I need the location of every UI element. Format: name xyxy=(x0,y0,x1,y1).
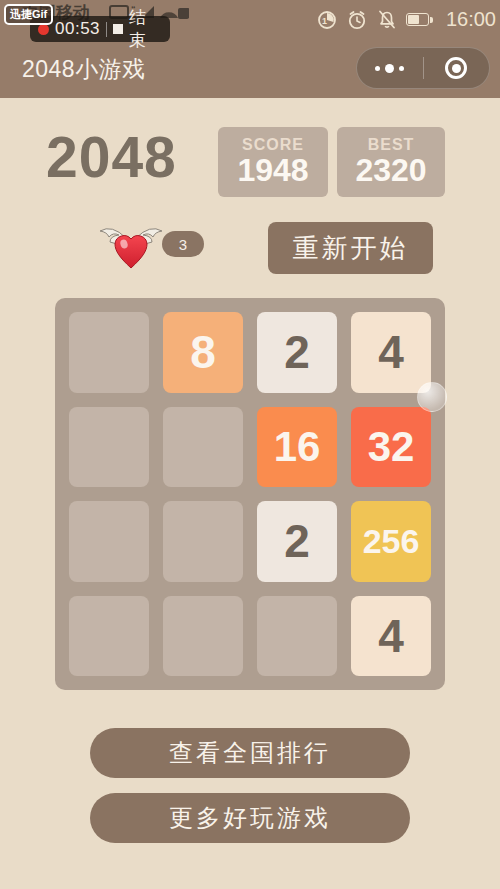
battery-icon xyxy=(406,12,436,27)
stop-icon[interactable] xyxy=(113,24,123,34)
svg-text:1: 1 xyxy=(322,15,327,25)
close-miniprogram-button[interactable] xyxy=(424,48,490,88)
empty-cell xyxy=(163,407,243,488)
empty-cell xyxy=(69,596,149,677)
alarm-icon xyxy=(346,9,368,31)
best-value: 2320 xyxy=(355,154,426,188)
game-board[interactable]: 824163222564 xyxy=(55,298,445,690)
tile-256: 256 xyxy=(351,501,431,582)
restart-button[interactable]: 重新开始 xyxy=(268,222,433,274)
winged-heart-icon xyxy=(96,220,166,272)
more-games-button[interactable]: 更多好玩游戏 xyxy=(90,793,410,843)
empty-cell xyxy=(163,501,243,582)
page-title: 2048小游戏 xyxy=(22,54,146,85)
bell-muted-icon xyxy=(376,9,398,31)
tile-4: 4 xyxy=(351,312,431,393)
status-overlay-icon xyxy=(178,8,189,19)
game-logo: 2048 xyxy=(46,124,177,190)
miniprogram-capsule xyxy=(356,47,490,89)
data-usage-icon: 1 xyxy=(316,9,338,31)
more-menu-button[interactable] xyxy=(357,48,423,88)
lives-count-badge: 3 xyxy=(162,231,204,257)
stop-recording-button[interactable]: 结束 xyxy=(129,6,162,52)
tile-2: 2 xyxy=(257,312,337,393)
status-icons-right: 1 16:00 xyxy=(316,8,496,31)
recording-dot-icon xyxy=(38,24,49,35)
tile-2: 2 xyxy=(257,501,337,582)
ranking-button[interactable]: 查看全国排行 xyxy=(90,728,410,778)
assistive-ball[interactable] xyxy=(417,382,447,412)
app-screen: 中国移动 “ 00:53 结束 迅捷Gif 1 xyxy=(0,0,500,889)
empty-cell xyxy=(69,501,149,582)
best-box: BEST 2320 xyxy=(337,127,445,197)
empty-cell xyxy=(257,596,337,677)
score-box: SCORE 1948 xyxy=(218,127,328,197)
empty-cell xyxy=(69,407,149,488)
empty-cell xyxy=(69,312,149,393)
empty-cell xyxy=(163,596,243,677)
recording-elapsed: 00:53 xyxy=(55,19,100,39)
target-icon xyxy=(445,57,467,79)
status-time: 16:00 xyxy=(446,8,496,31)
tile-32: 32 xyxy=(351,407,431,488)
tile-16: 16 xyxy=(257,407,337,488)
tile-4: 4 xyxy=(351,596,431,677)
gif-app-badge: 迅捷Gif xyxy=(4,4,53,25)
more-dots-icon xyxy=(375,64,404,73)
recorder-divider xyxy=(106,22,107,37)
score-value: 1948 xyxy=(237,154,308,188)
tile-8: 8 xyxy=(163,312,243,393)
